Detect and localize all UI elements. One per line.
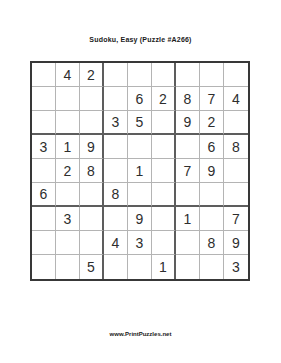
cell-r3c2 bbox=[56, 111, 80, 135]
cell-r4c8: 6 bbox=[200, 135, 224, 159]
cell-r9c4 bbox=[104, 255, 128, 279]
cell-r5c1 bbox=[32, 159, 56, 183]
cell-r9c5 bbox=[128, 255, 152, 279]
cell-r4c6 bbox=[152, 135, 176, 159]
cell-r2c1 bbox=[32, 87, 56, 111]
cell-r9c7 bbox=[176, 255, 200, 279]
cell-r8c5: 3 bbox=[128, 231, 152, 255]
cell-r5c4 bbox=[104, 159, 128, 183]
cell-r5c7: 7 bbox=[176, 159, 200, 183]
sudoku-page: Sudoku, Easy (Puzzle #A266) 426287435923… bbox=[0, 0, 281, 363]
cell-r8c8: 8 bbox=[200, 231, 224, 255]
cell-r2c9: 4 bbox=[224, 87, 248, 111]
cell-r7c1 bbox=[32, 207, 56, 231]
cell-r8c1 bbox=[32, 231, 56, 255]
cell-r7c5: 9 bbox=[128, 207, 152, 231]
cell-r6c2 bbox=[56, 183, 80, 207]
cell-r3c5: 5 bbox=[128, 111, 152, 135]
cell-r4c5 bbox=[128, 135, 152, 159]
cell-r6c9 bbox=[224, 183, 248, 207]
cell-r9c8 bbox=[200, 255, 224, 279]
cell-r6c1: 6 bbox=[32, 183, 56, 207]
cell-r2c6: 2 bbox=[152, 87, 176, 111]
cell-r3c8: 2 bbox=[200, 111, 224, 135]
cell-r2c4 bbox=[104, 87, 128, 111]
cell-r1c1 bbox=[32, 63, 56, 87]
cell-r7c8 bbox=[200, 207, 224, 231]
page-title: Sudoku, Easy (Puzzle #A266) bbox=[0, 36, 281, 43]
cell-r8c2 bbox=[56, 231, 80, 255]
cell-r2c3 bbox=[80, 87, 104, 111]
cell-r3c6 bbox=[152, 111, 176, 135]
cell-r2c5: 6 bbox=[128, 87, 152, 111]
cell-r4c7 bbox=[176, 135, 200, 159]
cell-r4c9: 8 bbox=[224, 135, 248, 159]
cell-r1c4 bbox=[104, 63, 128, 87]
cell-r7c9: 7 bbox=[224, 207, 248, 231]
footer-url: www.PrintPuzzles.net bbox=[0, 331, 281, 337]
cell-r6c8 bbox=[200, 183, 224, 207]
cell-r9c1 bbox=[32, 255, 56, 279]
cell-r4c4 bbox=[104, 135, 128, 159]
cell-r2c7: 8 bbox=[176, 87, 200, 111]
cell-r1c8 bbox=[200, 63, 224, 87]
cell-r7c7: 1 bbox=[176, 207, 200, 231]
cell-r5c3: 8 bbox=[80, 159, 104, 183]
cell-r8c7 bbox=[176, 231, 200, 255]
cell-r6c3 bbox=[80, 183, 104, 207]
cell-r5c2: 2 bbox=[56, 159, 80, 183]
cell-r5c5: 1 bbox=[128, 159, 152, 183]
cell-r7c4 bbox=[104, 207, 128, 231]
cell-r4c3: 9 bbox=[80, 135, 104, 159]
cell-r9c9: 3 bbox=[224, 255, 248, 279]
cell-r6c4: 8 bbox=[104, 183, 128, 207]
cell-r1c9 bbox=[224, 63, 248, 87]
cell-r8c3 bbox=[80, 231, 104, 255]
cell-r9c3: 5 bbox=[80, 255, 104, 279]
cell-r2c8: 7 bbox=[200, 87, 224, 111]
cell-r1c6 bbox=[152, 63, 176, 87]
cell-r2c2 bbox=[56, 87, 80, 111]
cell-r9c6: 1 bbox=[152, 255, 176, 279]
cell-r6c7 bbox=[176, 183, 200, 207]
cell-r1c3: 2 bbox=[80, 63, 104, 87]
cell-r7c6 bbox=[152, 207, 176, 231]
cell-r3c3 bbox=[80, 111, 104, 135]
cell-r6c5 bbox=[128, 183, 152, 207]
cell-r7c3 bbox=[80, 207, 104, 231]
cell-r5c8: 9 bbox=[200, 159, 224, 183]
cell-r3c9 bbox=[224, 111, 248, 135]
cell-r3c7: 9 bbox=[176, 111, 200, 135]
cell-r5c9 bbox=[224, 159, 248, 183]
cell-r8c4: 4 bbox=[104, 231, 128, 255]
cell-r5c6 bbox=[152, 159, 176, 183]
cell-r4c1: 3 bbox=[32, 135, 56, 159]
cell-r3c4: 3 bbox=[104, 111, 128, 135]
cell-r1c2: 4 bbox=[56, 63, 80, 87]
cell-r8c9: 9 bbox=[224, 231, 248, 255]
cell-r3c1 bbox=[32, 111, 56, 135]
cell-r6c6 bbox=[152, 183, 176, 207]
cell-r8c6 bbox=[152, 231, 176, 255]
cell-r7c2: 3 bbox=[56, 207, 80, 231]
sudoku-board: 4262874359231968281796839174389513 bbox=[30, 61, 250, 281]
cell-r1c7 bbox=[176, 63, 200, 87]
cell-r9c2 bbox=[56, 255, 80, 279]
cell-r1c5 bbox=[128, 63, 152, 87]
cell-r4c2: 1 bbox=[56, 135, 80, 159]
